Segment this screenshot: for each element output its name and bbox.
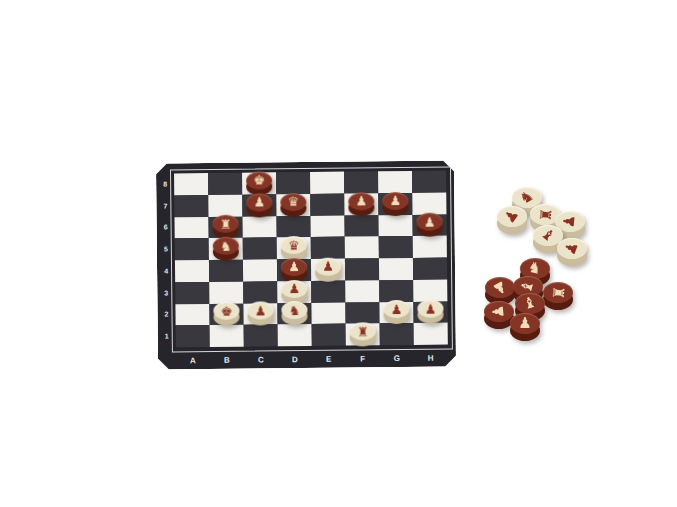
pawn-icon: ♟ [355, 194, 367, 207]
disc-top: ♟ [348, 192, 374, 210]
disc-top: ♟ [281, 279, 307, 297]
square-f4[interactable] [345, 258, 379, 280]
square-h5[interactable] [413, 236, 447, 258]
rank-label-1: 1 [161, 333, 173, 340]
disc-top: ♟ [382, 191, 408, 209]
queen-icon: ♛ [287, 195, 299, 208]
pawn-icon: ♟ [288, 282, 300, 295]
square-c4[interactable] [243, 259, 277, 281]
square-d6[interactable] [276, 215, 310, 237]
dark-king-disc[interactable]: ♚ [246, 171, 272, 195]
pawn-icon: ♟ [563, 240, 582, 258]
pawn-icon: ♟ [253, 195, 265, 208]
rook-icon: ♜ [357, 325, 369, 338]
disc-top: ♛ [280, 192, 306, 210]
square-c3[interactable] [243, 281, 277, 303]
dark-queen-disc[interactable]: ♛ [280, 192, 306, 216]
knight-icon: ♞ [289, 304, 301, 317]
square-b8[interactable] [208, 173, 242, 195]
square-f5[interactable] [345, 236, 379, 258]
light-pawn-disc[interactable]: ♟ [557, 238, 587, 266]
square-d1[interactable] [278, 324, 312, 346]
rank-label-7: 7 [159, 202, 171, 209]
chess-set-scene: ABCDEFGH87654321♚♟♛♟♟♜♟♞♛♟♟♟♚♟♞♟♟♜ ♞♟♜♟♝… [0, 0, 677, 507]
disc-top: ♟ [281, 258, 307, 276]
disc-top: ♚ [246, 171, 272, 189]
rank-label-2: 2 [160, 311, 172, 318]
dark-pawn-disc[interactable]: ♟ [281, 258, 307, 282]
square-a7[interactable] [174, 195, 208, 217]
bishop-icon: ♝ [522, 295, 539, 313]
square-c6[interactable] [242, 216, 276, 238]
square-a3[interactable] [175, 282, 209, 304]
light-rook-disc[interactable]: ♜ [350, 322, 376, 346]
square-e7[interactable] [310, 193, 344, 215]
light-pawn-disc[interactable]: ♟ [383, 300, 409, 324]
square-g3[interactable] [379, 280, 413, 302]
pawn-icon: ♟ [490, 278, 509, 298]
rook-icon: ♜ [537, 207, 553, 222]
square-h7[interactable] [412, 192, 446, 214]
square-a6[interactable] [174, 217, 208, 239]
dark-pawn-disc[interactable]: ♟ [382, 191, 408, 215]
pawn-icon: ♟ [322, 260, 334, 273]
square-f8[interactable] [344, 171, 378, 193]
square-e8[interactable] [310, 172, 344, 194]
square-h1[interactable] [414, 323, 448, 345]
file-label-g: G [387, 354, 407, 363]
dark-rook-disc[interactable]: ♜ [543, 282, 573, 310]
square-a8[interactable] [174, 173, 208, 195]
rank-label-4: 4 [160, 267, 172, 274]
square-f6[interactable] [344, 215, 378, 237]
square-c5[interactable] [243, 238, 277, 260]
pawn-icon: ♟ [391, 303, 403, 316]
square-b3[interactable] [209, 281, 243, 303]
disc-top: ♟ [315, 257, 341, 275]
file-label-a: A [183, 356, 203, 365]
square-h8[interactable] [412, 171, 446, 193]
square-f2[interactable] [345, 302, 379, 324]
rank-label-8: 8 [159, 180, 171, 187]
square-g4[interactable] [379, 258, 413, 280]
pawn-icon: ♟ [491, 304, 507, 319]
square-h3[interactable] [413, 279, 447, 301]
pawn-icon: ♟ [425, 302, 437, 315]
rank-label-6: 6 [160, 224, 172, 231]
square-b7[interactable] [208, 194, 242, 216]
knight-icon: ♞ [220, 239, 232, 252]
square-a4[interactable] [175, 260, 209, 282]
file-label-d: D [285, 355, 305, 364]
light-pawn-disc[interactable]: ♟ [417, 300, 443, 324]
square-h4[interactable] [413, 258, 447, 280]
file-label-h: H [421, 354, 441, 363]
square-d8[interactable] [276, 172, 310, 194]
disc-top: ♟ [246, 193, 272, 211]
square-f3[interactable] [345, 280, 379, 302]
dark-pawn-disc[interactable]: ♟ [246, 193, 272, 217]
pawn-icon: ♟ [502, 207, 522, 227]
dark-pawn-disc[interactable]: ♟ [348, 192, 374, 216]
file-label-e: E [319, 355, 339, 364]
dark-pawn-disc[interactable]: ♟ [510, 313, 540, 341]
square-b1[interactable] [210, 325, 244, 347]
file-label-c: C [251, 355, 271, 364]
square-e3[interactable] [311, 280, 345, 302]
disc-top: ♜ [543, 282, 573, 303]
square-e2[interactable] [311, 302, 345, 324]
pawn-icon: ♟ [255, 304, 267, 317]
light-queen-disc[interactable]: ♛ [281, 236, 307, 260]
light-pawn-disc[interactable]: ♟ [315, 257, 341, 281]
dark-knight-disc[interactable]: ♞ [213, 237, 239, 261]
square-g6[interactable] [378, 214, 412, 236]
pawn-icon: ♟ [389, 194, 401, 207]
pawn-icon: ♟ [424, 215, 436, 228]
square-e1[interactable] [312, 324, 346, 346]
bishop-icon: ♝ [538, 225, 558, 245]
square-a1[interactable] [176, 325, 210, 347]
square-g1[interactable] [380, 323, 414, 345]
square-b4[interactable] [209, 260, 243, 282]
pawn-icon: ♟ [288, 260, 300, 273]
square-c1[interactable] [244, 325, 278, 347]
chess-board: ABCDEFGH87654321♚♟♛♟♟♜♟♞♛♟♟♟♚♟♞♟♟♜ [156, 160, 456, 369]
square-g5[interactable] [379, 236, 413, 258]
knight-icon: ♞ [527, 260, 544, 278]
disc-top: ♟ [485, 277, 515, 298]
queen-icon: ♛ [288, 239, 300, 252]
rank-label-5: 5 [160, 246, 172, 253]
square-a5[interactable] [175, 238, 209, 260]
disc-top: ♟ [510, 313, 540, 334]
pawn-icon: ♟ [562, 214, 578, 229]
square-e6[interactable] [310, 215, 344, 237]
light-pawn-disc[interactable]: ♟ [281, 279, 307, 303]
file-label-b: B [217, 356, 237, 365]
king-icon: ♚ [253, 174, 265, 187]
disc-top: ♟ [497, 206, 527, 227]
rook-icon: ♜ [550, 285, 566, 300]
light-pawn-disc[interactable]: ♟ [497, 206, 527, 234]
light-pawn-disc[interactable]: ♟ [247, 302, 273, 326]
dark-pawn-disc[interactable]: ♟ [416, 213, 442, 237]
file-label-f: F [353, 354, 373, 363]
pawn-icon: ♟ [518, 316, 531, 331]
square-e5[interactable] [311, 237, 345, 259]
square-a2[interactable] [175, 304, 209, 326]
light-king-disc[interactable]: ♚ [213, 302, 239, 326]
light-knight-disc[interactable]: ♞ [281, 301, 307, 325]
dark-rook-disc[interactable]: ♜ [212, 215, 238, 239]
disc-top: ♝ [515, 293, 545, 314]
king-icon: ♚ [221, 305, 233, 318]
square-g8[interactable] [378, 171, 412, 193]
disc-top: ♟ [557, 238, 587, 259]
rook-icon: ♜ [220, 218, 232, 231]
rank-label-3: 3 [160, 289, 172, 296]
